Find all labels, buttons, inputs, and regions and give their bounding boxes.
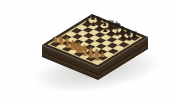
pieces-layer: ♜♞♝♛♚♝♞♜♟♟♟♟♟♟♟♟♟♟♟♟♟♟♟♟♜♞♝♛♚♝♞♜ (0, 0, 175, 105)
piece-black-pawn-d7[interactable]: ♟ (103, 26, 108, 32)
piece-white-rook-h1[interactable]: ♜ (93, 53, 101, 62)
piece-black-pawn-b7[interactable]: ♟ (91, 21, 96, 27)
piece-black-pawn-a7[interactable]: ♟ (85, 19, 90, 25)
piece-black-pawn-g7[interactable]: ♟ (120, 33, 126, 39)
piece-black-pawn-h7[interactable]: ♟ (126, 36, 132, 42)
chess-set-photo: ♜♞♝♛♚♝♞♜♟♟♟♟♟♟♟♟♟♟♟♟♟♟♟♟♜♞♝♛♚♝♞♜ (0, 0, 175, 105)
piece-black-pawn-c7[interactable]: ♟ (97, 24, 102, 30)
piece-black-pawn-f7[interactable]: ♟ (114, 31, 120, 37)
piece-black-pawn-e7[interactable]: ♟ (109, 29, 114, 35)
